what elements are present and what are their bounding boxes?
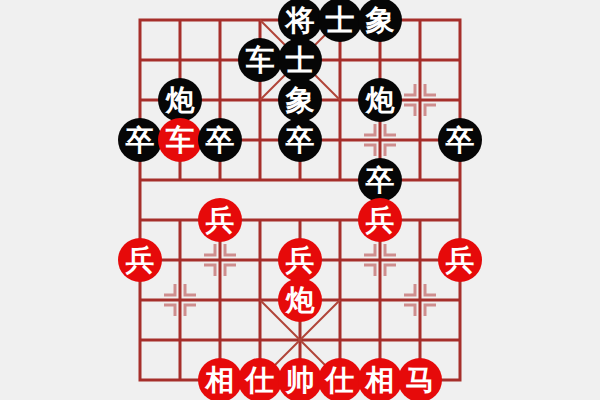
piece-black-chariot[interactable]: 车	[238, 38, 282, 82]
piece-black-cannon[interactable]: 炮	[158, 78, 202, 122]
piece-black-elephant[interactable]: 象	[278, 78, 322, 122]
piece-black-advisor[interactable]: 士	[278, 38, 322, 82]
piece-red-soldier[interactable]: 兵	[118, 238, 162, 282]
piece-black-elephant[interactable]: 象	[358, 0, 402, 42]
piece-red-elephant[interactable]: 相	[358, 358, 402, 400]
piece-black-soldier[interactable]: 卒	[358, 158, 402, 202]
piece-red-soldier[interactable]: 兵	[278, 238, 322, 282]
piece-red-cannon[interactable]: 炮	[278, 278, 322, 322]
xiangqi-board[interactable]: 将士象车士炮象炮卒车卒卒卒卒兵兵兵兵兵炮相仕帅仕相马	[120, 0, 480, 400]
piece-black-soldier[interactable]: 卒	[118, 118, 162, 162]
piece-black-soldier[interactable]: 卒	[438, 118, 482, 162]
piece-red-elephant[interactable]: 相	[198, 358, 242, 400]
piece-red-advisor[interactable]: 仕	[318, 358, 362, 400]
piece-red-horse[interactable]: 马	[398, 358, 442, 400]
piece-black-advisor[interactable]: 士	[318, 0, 362, 42]
piece-red-soldier[interactable]: 兵	[438, 238, 482, 282]
piece-black-cannon[interactable]: 炮	[358, 78, 402, 122]
piece-black-general[interactable]: 将	[278, 0, 322, 42]
piece-red-soldier[interactable]: 兵	[198, 198, 242, 242]
xiangqi-app-window: 将士象车士炮象炮卒车卒卒卒卒兵兵兵兵兵炮相仕帅仕相马	[0, 0, 600, 400]
piece-red-chariot[interactable]: 车	[158, 118, 202, 162]
piece-red-soldier[interactable]: 兵	[358, 198, 402, 242]
piece-red-general[interactable]: 帅	[278, 358, 322, 400]
piece-black-soldier[interactable]: 卒	[198, 118, 242, 162]
piece-red-advisor[interactable]: 仕	[238, 358, 282, 400]
piece-black-soldier[interactable]: 卒	[278, 118, 322, 162]
